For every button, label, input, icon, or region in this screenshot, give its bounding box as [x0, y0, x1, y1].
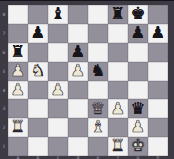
square-f2[interactable]: [108, 118, 128, 137]
square-e3[interactable]: ♛: [88, 99, 108, 118]
square-c2[interactable]: [48, 118, 68, 137]
file-label-g: g: [131, 155, 146, 159]
black-bishop-icon: ♝: [51, 6, 66, 23]
square-d3[interactable]: [68, 99, 88, 118]
square-a7[interactable]: [8, 24, 28, 43]
file-label-c: c: [51, 155, 66, 159]
square-e5[interactable]: ♞: [88, 62, 108, 81]
square-g6[interactable]: [128, 43, 148, 62]
square-d7[interactable]: [68, 24, 88, 43]
black-pawn-icon: ♟: [151, 25, 166, 42]
square-d5[interactable]: ♟: [68, 62, 88, 81]
file-label-e: e: [91, 155, 106, 159]
square-h3[interactable]: [148, 99, 168, 118]
file-labels: abcdefgh: [8, 154, 168, 159]
square-h2[interactable]: [148, 118, 168, 137]
square-d2[interactable]: [68, 118, 88, 137]
square-d4[interactable]: [68, 81, 88, 100]
square-b7[interactable]: ♟: [28, 24, 48, 43]
white-pawn-icon: ♟: [71, 62, 86, 79]
white-rook-icon: ♜: [11, 119, 26, 136]
rank-label-5: 5: [1, 64, 7, 78]
rank-label-8: 8: [1, 7, 7, 21]
white-pawn-icon: ♟: [11, 81, 26, 98]
black-knight-icon: ♞: [91, 62, 106, 79]
square-h4[interactable]: [148, 81, 168, 100]
square-a4[interactable]: ♟: [8, 81, 28, 100]
file-label-d: d: [71, 155, 86, 159]
square-f4[interactable]: [108, 81, 128, 100]
white-pawn-icon: ♟: [111, 100, 126, 117]
square-h6[interactable]: [148, 43, 168, 62]
black-queen-icon: ♛: [131, 100, 146, 117]
square-c6[interactable]: [48, 43, 68, 62]
square-g8[interactable]: ♚: [128, 5, 148, 24]
square-b5[interactable]: ♞: [28, 62, 48, 81]
square-f3[interactable]: ♟: [108, 99, 128, 118]
file-label-h: h: [151, 155, 166, 159]
square-b4[interactable]: [28, 81, 48, 100]
square-b8[interactable]: [28, 5, 48, 24]
black-pawn-icon: ♟: [131, 25, 146, 42]
square-f6[interactable]: [108, 43, 128, 62]
rank-label-7: 7: [1, 26, 7, 40]
square-f5[interactable]: [108, 62, 128, 81]
square-c5[interactable]: [48, 62, 68, 81]
square-d6[interactable]: ♟: [68, 43, 88, 62]
rank-labels: 87654321: [0, 5, 8, 156]
square-h8[interactable]: [148, 5, 168, 24]
file-label-b: b: [31, 155, 46, 159]
file-label-a: a: [11, 155, 26, 159]
square-f7[interactable]: [108, 24, 128, 43]
chess-board: ♝♜♚♟♟♟♜♟♟♞♟♞♟♟♛♟♛♜♝♟♜♚: [8, 5, 168, 156]
white-king-icon: ♚: [131, 138, 146, 155]
black-pawn-icon: ♟: [31, 25, 46, 42]
square-c8[interactable]: ♝: [48, 5, 68, 24]
rank-label-3: 3: [1, 102, 7, 116]
square-a2[interactable]: ♜: [8, 118, 28, 137]
square-g7[interactable]: ♟: [128, 24, 148, 43]
rank-label-1: 1: [1, 139, 7, 153]
square-b6[interactable]: [28, 43, 48, 62]
black-pawn-icon: ♟: [71, 43, 86, 60]
square-e4[interactable]: [88, 81, 108, 100]
white-knight-icon: ♞: [31, 62, 46, 79]
square-b3[interactable]: [28, 99, 48, 118]
white-bishop-icon: ♝: [91, 119, 106, 136]
file-label-f: f: [111, 155, 126, 159]
chess-board-frame: 87654321 ♝♜♚♟♟♟♜♟♟♞♟♞♟♟♛♟♛♜♝♟♜♚ abcdefgh: [0, 0, 174, 159]
white-rook-icon: ♜: [111, 138, 126, 155]
square-c3[interactable]: [48, 99, 68, 118]
black-rook-icon: ♜: [111, 6, 126, 23]
square-a8[interactable]: [8, 5, 28, 24]
square-a6[interactable]: ♜: [8, 43, 28, 62]
square-a5[interactable]: ♟: [8, 62, 28, 81]
square-h7[interactable]: ♟: [148, 24, 168, 43]
square-g5[interactable]: [128, 62, 148, 81]
black-rook-icon: ♜: [11, 43, 26, 60]
square-e2[interactable]: ♝: [88, 118, 108, 137]
square-g4[interactable]: [128, 81, 148, 100]
square-b2[interactable]: [28, 118, 48, 137]
square-g2[interactable]: ♟: [128, 118, 148, 137]
square-g3[interactable]: ♛: [128, 99, 148, 118]
square-c7[interactable]: [48, 24, 68, 43]
square-e7[interactable]: [88, 24, 108, 43]
rank-label-4: 4: [1, 83, 7, 97]
white-pawn-icon: ♟: [11, 62, 26, 79]
square-c4[interactable]: ♟: [48, 81, 68, 100]
square-f8[interactable]: ♜: [108, 5, 128, 24]
white-pawn-icon: ♟: [51, 81, 66, 98]
square-h5[interactable]: [148, 62, 168, 81]
white-pawn-icon: ♟: [131, 119, 146, 136]
square-e8[interactable]: [88, 5, 108, 24]
rank-label-6: 6: [1, 45, 7, 59]
square-e6[interactable]: [88, 43, 108, 62]
white-queen-icon: ♛: [91, 100, 106, 117]
rank-label-2: 2: [1, 121, 7, 135]
square-d8[interactable]: [68, 5, 88, 24]
black-king-icon: ♚: [131, 6, 146, 23]
square-a3[interactable]: [8, 99, 28, 118]
